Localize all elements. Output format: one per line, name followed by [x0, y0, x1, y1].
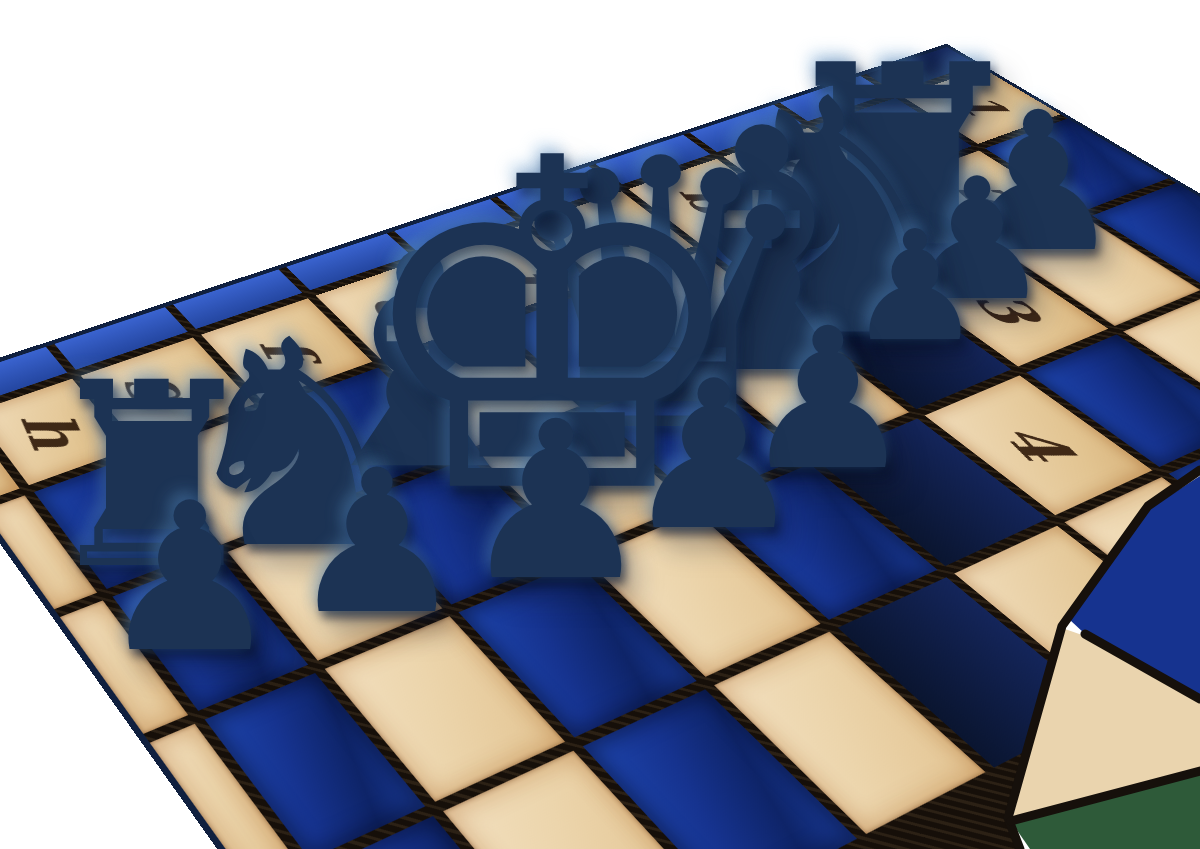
green-section-cell [1012, 773, 1200, 849]
piece-pawn-f2[interactable]: ♟ [458, 393, 653, 611]
stitch-line [1085, 634, 1200, 699]
piece-pawn-g2[interactable]: ♟ [288, 444, 466, 642]
rank-label: 4 [985, 419, 1089, 466]
chess-set-photo: hgfedcba1234 ♟♜♟♞♟♝♛♝♟♚♟♞♜♟♟♟ [0, 0, 1200, 849]
stitch-line [1011, 771, 1200, 821]
piece-pawn-h2[interactable]: ♟ [98, 476, 282, 681]
